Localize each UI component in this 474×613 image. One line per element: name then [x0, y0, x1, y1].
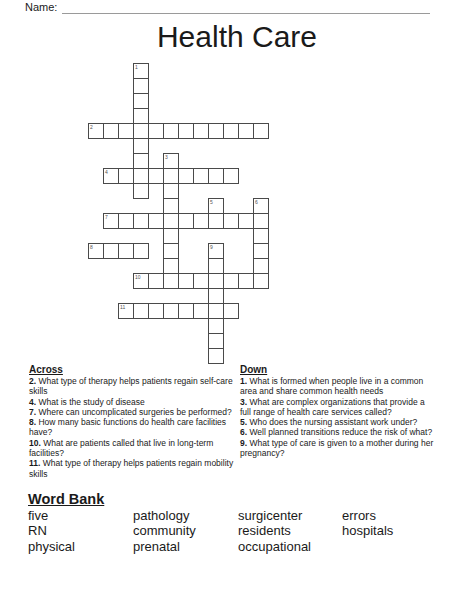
grid-cell[interactable]: [148, 273, 164, 289]
word-bank-item: RN: [28, 523, 133, 538]
grid-cell[interactable]: [253, 123, 269, 139]
word-bank-item: errors: [342, 508, 474, 523]
grid-cell[interactable]: 2: [88, 123, 104, 139]
grid-cell[interactable]: [178, 123, 194, 139]
word-bank-column: fiveRNphysical: [28, 508, 133, 554]
word-bank-item: hospitals: [342, 523, 474, 538]
grid-cell[interactable]: [208, 213, 224, 229]
clue-number: 11: [120, 305, 133, 310]
across-header: Across: [29, 364, 235, 375]
grid-cell[interactable]: [133, 138, 149, 154]
grid-cell[interactable]: [193, 303, 209, 319]
clue-item: 2. What type of therapy helps patients r…: [29, 376, 235, 397]
clue-number: 8: [90, 245, 103, 250]
across-clues: Across 2. What type of therapy helps pat…: [29, 364, 235, 479]
word-bank-item: residents: [238, 523, 342, 538]
grid-cell[interactable]: [163, 183, 179, 199]
grid-cell[interactable]: [223, 168, 239, 184]
grid-cell[interactable]: [238, 273, 254, 289]
grid-cell[interactable]: [208, 303, 224, 319]
grid-cell[interactable]: [178, 303, 194, 319]
clue-item: 10. What are patients called that live i…: [29, 438, 235, 459]
grid-cell[interactable]: 1: [133, 63, 149, 79]
grid-cell[interactable]: [148, 303, 164, 319]
grid-cell[interactable]: [133, 78, 149, 94]
clue-item: 6. Well planned transitions reduce the r…: [240, 427, 436, 437]
grid-cell[interactable]: 8: [88, 243, 104, 259]
grid-cell[interactable]: [133, 303, 149, 319]
grid-cell[interactable]: [178, 213, 194, 229]
grid-cell[interactable]: [193, 213, 209, 229]
clue-item: 1. What is formed when people live in a …: [240, 376, 436, 397]
grid-cell[interactable]: [103, 123, 119, 139]
grid-cell[interactable]: [133, 153, 149, 169]
grid-cell[interactable]: [223, 303, 239, 319]
grid-cell[interactable]: [163, 213, 179, 229]
grid-cell[interactable]: [163, 168, 179, 184]
grid-cell[interactable]: [253, 213, 269, 229]
grid-cell[interactable]: [163, 123, 179, 139]
down-clue-list: 1. What is formed when people live in a …: [240, 376, 436, 458]
grid-cell[interactable]: [133, 183, 149, 199]
grid-cell[interactable]: [253, 228, 269, 244]
down-header: Down: [240, 364, 436, 375]
grid-cell[interactable]: [178, 168, 194, 184]
clue-item: 9. What type of care is given to a mothe…: [240, 438, 436, 459]
word-bank-item: prenatal: [133, 539, 238, 554]
grid-cell[interactable]: [193, 123, 209, 139]
grid-cell[interactable]: [208, 168, 224, 184]
grid-cell[interactable]: [208, 123, 224, 139]
grid-cell[interactable]: [133, 108, 149, 124]
grid-cell[interactable]: [193, 273, 209, 289]
grid-cell[interactable]: 10: [133, 273, 149, 289]
grid-cell[interactable]: [238, 213, 254, 229]
grid-cell[interactable]: [163, 273, 179, 289]
clue-number: 1: [135, 65, 148, 70]
grid-cell[interactable]: [163, 303, 179, 319]
across-clue-list: 2. What type of therapy helps patients r…: [29, 376, 235, 479]
grid-cell[interactable]: [208, 348, 224, 364]
grid-cell[interactable]: [133, 168, 149, 184]
clue-number: 2: [90, 125, 103, 130]
clue-number: 3: [165, 155, 178, 160]
grid-cell[interactable]: [118, 243, 134, 259]
grid-cell[interactable]: [223, 213, 239, 229]
grid-cell[interactable]: [133, 243, 149, 259]
word-bank-column: errorshospitals: [342, 508, 474, 554]
word-bank-item: five: [28, 508, 133, 523]
clue-item: 3. What are complex organizations that p…: [240, 397, 436, 418]
grid-cell[interactable]: [208, 318, 224, 334]
grid-cell[interactable]: 5: [208, 198, 224, 214]
clue-number: 9: [210, 245, 223, 250]
grid-cell[interactable]: [253, 273, 269, 289]
grid-cell[interactable]: [103, 243, 119, 259]
word-bank-item: community: [133, 523, 238, 538]
grid-cell[interactable]: [178, 273, 194, 289]
clue-item: 7. Where can uncomplicated surgeries be …: [29, 407, 235, 417]
grid-cell[interactable]: [118, 123, 134, 139]
grid-cell[interactable]: [163, 198, 179, 214]
grid-cell[interactable]: [208, 288, 224, 304]
grid-cell[interactable]: [163, 228, 179, 244]
word-bank-item: pathology: [133, 508, 238, 523]
page-title: Health Care: [0, 20, 474, 53]
word-bank-columns: fiveRNphysicalpathologycommunityprenatal…: [28, 508, 474, 554]
name-label: Name:: [25, 1, 57, 14]
grid-cell[interactable]: [208, 333, 224, 349]
grid-cell[interactable]: [163, 258, 179, 274]
grid-cell[interactable]: [133, 123, 149, 139]
grid-cell[interactable]: [148, 123, 164, 139]
clue-number: 4: [105, 170, 118, 175]
word-bank-item: surgicenter: [238, 508, 342, 523]
clue-item: 4. What is the study of disease: [29, 397, 235, 407]
clue-number: 6: [255, 200, 268, 205]
grid-cell[interactable]: [118, 213, 134, 229]
word-bank-header: Word Bank: [28, 491, 104, 507]
grid-cell[interactable]: [148, 213, 164, 229]
grid-cell[interactable]: [133, 93, 149, 109]
grid-cell[interactable]: 7: [103, 213, 119, 229]
word-bank-item: occupational: [238, 539, 342, 554]
clue-item: 5. Who does the nursing assistant work u…: [240, 417, 436, 427]
grid-cell[interactable]: [118, 168, 134, 184]
grid-cell[interactable]: 4: [103, 168, 119, 184]
clue-number: 10: [135, 275, 148, 280]
grid-cell[interactable]: 3: [163, 153, 179, 169]
word-bank-column: pathologycommunityprenatal: [133, 508, 238, 554]
clue-number: 7: [105, 215, 118, 220]
clue-number: 5: [210, 200, 223, 205]
grid-cell[interactable]: [223, 123, 239, 139]
clue-item: 8. How many basic functions do health ca…: [29, 417, 235, 438]
grid-cell[interactable]: [253, 243, 269, 259]
name-row: Name:: [25, 1, 430, 14]
crossword-grid: 1234567891011: [88, 63, 269, 364]
grid-cell[interactable]: 6: [253, 198, 269, 214]
grid-cell[interactable]: [208, 273, 224, 289]
grid-cell[interactable]: [148, 168, 164, 184]
grid-cell[interactable]: [133, 213, 149, 229]
grid-cell[interactable]: [223, 273, 239, 289]
grid-cell[interactable]: [163, 243, 179, 259]
grid-cell[interactable]: [238, 123, 254, 139]
word-bank-item: physical: [28, 539, 133, 554]
grid-cell[interactable]: [193, 168, 209, 184]
name-field[interactable]: [62, 1, 430, 14]
grid-cell[interactable]: 9: [208, 243, 224, 259]
word-bank-column: surgicenterresidentsoccupational: [238, 508, 342, 554]
grid-cell[interactable]: [208, 258, 224, 274]
grid-cell[interactable]: 11: [118, 303, 134, 319]
down-clues: Down 1. What is formed when people live …: [240, 364, 436, 458]
clue-item: 11. What type of therapy helps patients …: [29, 458, 235, 479]
grid-cell[interactable]: [253, 258, 269, 274]
